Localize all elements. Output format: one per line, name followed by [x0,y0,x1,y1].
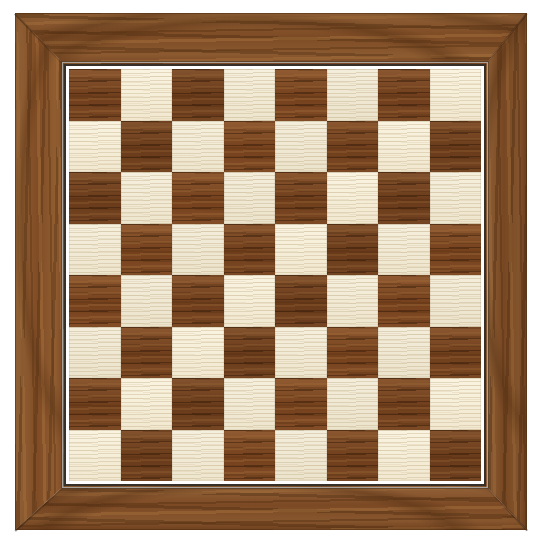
square-c3[interactable] [172,327,224,379]
square-e2[interactable] [275,378,327,430]
square-g8[interactable] [378,69,430,121]
square-d1[interactable] [224,430,276,482]
board-trim-silver [62,62,488,488]
square-a4[interactable] [69,275,121,327]
square-f8[interactable] [327,69,379,121]
square-a1[interactable] [69,430,121,482]
square-e4[interactable] [275,275,327,327]
square-e7[interactable] [275,121,327,173]
board-frame-left [15,13,65,530]
square-e6[interactable] [275,172,327,224]
board-trim-charcoal [64,64,486,486]
square-d4[interactable] [224,275,276,327]
square-b6[interactable] [121,172,173,224]
square-c1[interactable] [172,430,224,482]
square-d6[interactable] [224,172,276,224]
square-h3[interactable] [430,327,482,379]
square-e1[interactable] [275,430,327,482]
square-e5[interactable] [275,224,327,276]
square-g6[interactable] [378,172,430,224]
square-a8[interactable] [69,69,121,121]
square-g2[interactable] [378,378,430,430]
square-d8[interactable] [224,69,276,121]
square-c7[interactable] [172,121,224,173]
board-frame-bottom [15,485,527,530]
square-d5[interactable] [224,224,276,276]
square-g3[interactable] [378,327,430,379]
chess-board [15,13,527,530]
square-f1[interactable] [327,430,379,482]
square-b8[interactable] [121,69,173,121]
board-grid [69,69,481,481]
square-f4[interactable] [327,275,379,327]
square-b2[interactable] [121,378,173,430]
square-b7[interactable] [121,121,173,173]
square-c2[interactable] [172,378,224,430]
square-b3[interactable] [121,327,173,379]
square-d2[interactable] [224,378,276,430]
square-h7[interactable] [430,121,482,173]
square-e3[interactable] [275,327,327,379]
square-a6[interactable] [69,172,121,224]
board-frame-top [15,13,527,65]
square-h1[interactable] [430,430,482,482]
square-f2[interactable] [327,378,379,430]
square-a3[interactable] [69,327,121,379]
square-a5[interactable] [69,224,121,276]
square-b1[interactable] [121,430,173,482]
square-e8[interactable] [275,69,327,121]
square-g1[interactable] [378,430,430,482]
square-g4[interactable] [378,275,430,327]
square-c5[interactable] [172,224,224,276]
board-trim [61,61,489,489]
board-frame-right [485,13,527,530]
square-f5[interactable] [327,224,379,276]
square-a2[interactable] [69,378,121,430]
square-g7[interactable] [378,121,430,173]
square-h4[interactable] [430,275,482,327]
square-b4[interactable] [121,275,173,327]
square-c6[interactable] [172,172,224,224]
square-d3[interactable] [224,327,276,379]
square-h6[interactable] [430,172,482,224]
square-d7[interactable] [224,121,276,173]
square-f6[interactable] [327,172,379,224]
square-c8[interactable] [172,69,224,121]
square-h2[interactable] [430,378,482,430]
square-c4[interactable] [172,275,224,327]
square-f3[interactable] [327,327,379,379]
square-g5[interactable] [378,224,430,276]
square-f7[interactable] [327,121,379,173]
square-b5[interactable] [121,224,173,276]
square-a7[interactable] [69,121,121,173]
square-h5[interactable] [430,224,482,276]
square-h8[interactable] [430,69,482,121]
